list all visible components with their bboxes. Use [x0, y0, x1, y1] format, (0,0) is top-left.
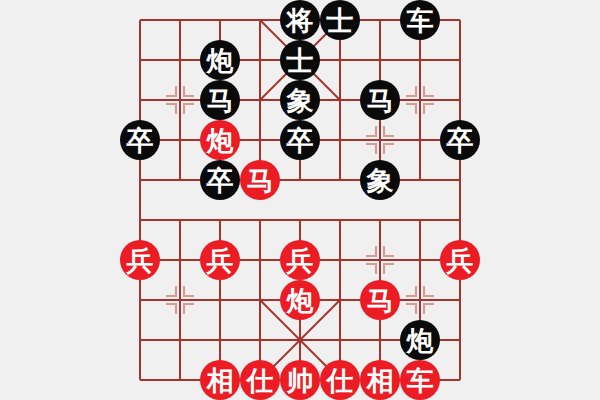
point-marker — [384, 144, 394, 154]
piece-black-horse[interactable]: 马 — [200, 80, 240, 120]
point-marker — [424, 304, 434, 314]
piece-red-cannon[interactable]: 炮 — [280, 280, 320, 320]
point-marker — [184, 104, 194, 114]
piece-black-chariot[interactable]: 车 — [400, 0, 440, 40]
point-marker — [166, 104, 176, 114]
piece-red-soldier[interactable]: 兵 — [120, 240, 160, 280]
piece-black-horse[interactable]: 马 — [360, 80, 400, 120]
piece-red-cannon[interactable]: 炮 — [200, 120, 240, 160]
piece-red-general[interactable]: 帅 — [280, 360, 320, 400]
point-marker — [406, 286, 416, 296]
point-marker — [166, 286, 176, 296]
point-marker — [406, 304, 416, 314]
point-marker — [406, 86, 416, 96]
piece-black-elephant[interactable]: 象 — [360, 160, 400, 200]
piece-red-horse[interactable]: 马 — [360, 280, 400, 320]
piece-red-soldier[interactable]: 兵 — [440, 240, 480, 280]
piece-black-general[interactable]: 将 — [280, 0, 320, 40]
point-marker — [184, 286, 194, 296]
point-marker — [424, 104, 434, 114]
point-marker — [384, 126, 394, 136]
point-marker — [184, 86, 194, 96]
piece-red-chariot[interactable]: 车 — [400, 360, 440, 400]
piece-black-soldier[interactable]: 卒 — [440, 120, 480, 160]
point-marker — [424, 286, 434, 296]
piece-red-advisor[interactable]: 仕 — [320, 360, 360, 400]
piece-black-advisor[interactable]: 士 — [280, 40, 320, 80]
point-marker — [366, 264, 376, 274]
point-marker — [406, 104, 416, 114]
piece-black-cannon[interactable]: 炮 — [400, 320, 440, 360]
point-marker — [424, 86, 434, 96]
piece-red-soldier[interactable]: 兵 — [280, 240, 320, 280]
piece-black-elephant[interactable]: 象 — [280, 80, 320, 120]
point-marker — [384, 246, 394, 256]
point-marker — [384, 264, 394, 274]
point-marker — [166, 86, 176, 96]
piece-red-advisor[interactable]: 仕 — [240, 360, 280, 400]
piece-black-cannon[interactable]: 炮 — [200, 40, 240, 80]
piece-black-soldier[interactable]: 卒 — [120, 120, 160, 160]
piece-black-advisor[interactable]: 士 — [320, 0, 360, 40]
point-marker — [366, 246, 376, 256]
xiangqi-board: 将士车炮士马象马卒炮卒卒卒马象兵兵兵兵炮马炮相仕帅仕相车 — [0, 0, 600, 400]
point-marker — [366, 144, 376, 154]
piece-black-soldier[interactable]: 卒 — [200, 160, 240, 200]
point-marker — [366, 126, 376, 136]
piece-red-elephant[interactable]: 相 — [200, 360, 240, 400]
point-marker — [166, 304, 176, 314]
piece-red-horse[interactable]: 马 — [240, 160, 280, 200]
piece-red-elephant[interactable]: 相 — [360, 360, 400, 400]
piece-black-soldier[interactable]: 卒 — [280, 120, 320, 160]
point-marker — [184, 304, 194, 314]
piece-red-soldier[interactable]: 兵 — [200, 240, 240, 280]
